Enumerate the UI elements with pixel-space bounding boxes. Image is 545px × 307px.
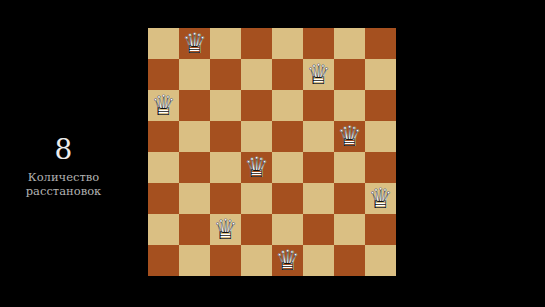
square-e1: ♛♕	[272, 245, 303, 276]
square-b8: ♛♕	[179, 28, 210, 59]
square-f7: ♛♕	[303, 59, 334, 90]
square-c6	[210, 90, 241, 121]
square-f4	[303, 152, 334, 183]
square-a2	[148, 214, 179, 245]
square-h1	[365, 245, 396, 276]
solution-count-caption: Количество расстановок	[0, 171, 127, 198]
square-d8	[241, 28, 272, 59]
square-c1	[210, 245, 241, 276]
white-queen: ♛♕	[303, 59, 334, 90]
solution-count: 8	[0, 136, 127, 164]
video-frame: 8 Количество расстановок ♛♕♛♕♛♕♛♕♛♕♛♕♛♕♛…	[0, 0, 545, 307]
square-a3	[148, 183, 179, 214]
square-b7	[179, 59, 210, 90]
square-e2	[272, 214, 303, 245]
white-queen: ♛♕	[179, 28, 210, 59]
square-a6: ♛♕	[148, 90, 179, 121]
square-e7	[272, 59, 303, 90]
square-e3	[272, 183, 303, 214]
square-b1	[179, 245, 210, 276]
square-h5	[365, 121, 396, 152]
square-g3	[334, 183, 365, 214]
square-f1	[303, 245, 334, 276]
square-h4	[365, 152, 396, 183]
caption-line-2: расстановок	[0, 185, 127, 199]
square-c8	[210, 28, 241, 59]
square-f6	[303, 90, 334, 121]
square-f5	[303, 121, 334, 152]
square-h3: ♛♕	[365, 183, 396, 214]
square-g5: ♛♕	[334, 121, 365, 152]
square-g4	[334, 152, 365, 183]
square-e5	[272, 121, 303, 152]
square-b5	[179, 121, 210, 152]
square-e4	[272, 152, 303, 183]
square-d2	[241, 214, 272, 245]
square-h8	[365, 28, 396, 59]
square-d5	[241, 121, 272, 152]
square-c2: ♛♕	[210, 214, 241, 245]
square-a8	[148, 28, 179, 59]
white-queen: ♛♕	[210, 214, 241, 245]
square-f3	[303, 183, 334, 214]
square-h6	[365, 90, 396, 121]
square-g1	[334, 245, 365, 276]
square-b2	[179, 214, 210, 245]
square-e6	[272, 90, 303, 121]
square-g7	[334, 59, 365, 90]
white-queen: ♛♕	[148, 90, 179, 121]
square-c7	[210, 59, 241, 90]
square-a1	[148, 245, 179, 276]
white-queen: ♛♕	[272, 245, 303, 276]
square-b4	[179, 152, 210, 183]
square-c5	[210, 121, 241, 152]
square-a7	[148, 59, 179, 90]
square-d4: ♛♕	[241, 152, 272, 183]
square-h2	[365, 214, 396, 245]
square-e8	[272, 28, 303, 59]
square-g6	[334, 90, 365, 121]
square-d1	[241, 245, 272, 276]
caption-line-1: Количество	[0, 171, 127, 185]
square-h7	[365, 59, 396, 90]
square-a4	[148, 152, 179, 183]
square-f2	[303, 214, 334, 245]
square-d6	[241, 90, 272, 121]
square-c4	[210, 152, 241, 183]
white-queen: ♛♕	[365, 183, 396, 214]
square-g8	[334, 28, 365, 59]
square-d7	[241, 59, 272, 90]
white-queen: ♛♕	[241, 152, 272, 183]
white-queen: ♛♕	[334, 121, 365, 152]
square-b3	[179, 183, 210, 214]
chess-board: ♛♕♛♕♛♕♛♕♛♕♛♕♛♕♛♕	[148, 28, 396, 276]
square-c3	[210, 183, 241, 214]
square-d3	[241, 183, 272, 214]
square-f8	[303, 28, 334, 59]
square-a5	[148, 121, 179, 152]
square-b6	[179, 90, 210, 121]
solution-count-panel: 8 Количество расстановок	[0, 136, 127, 198]
square-g2	[334, 214, 365, 245]
